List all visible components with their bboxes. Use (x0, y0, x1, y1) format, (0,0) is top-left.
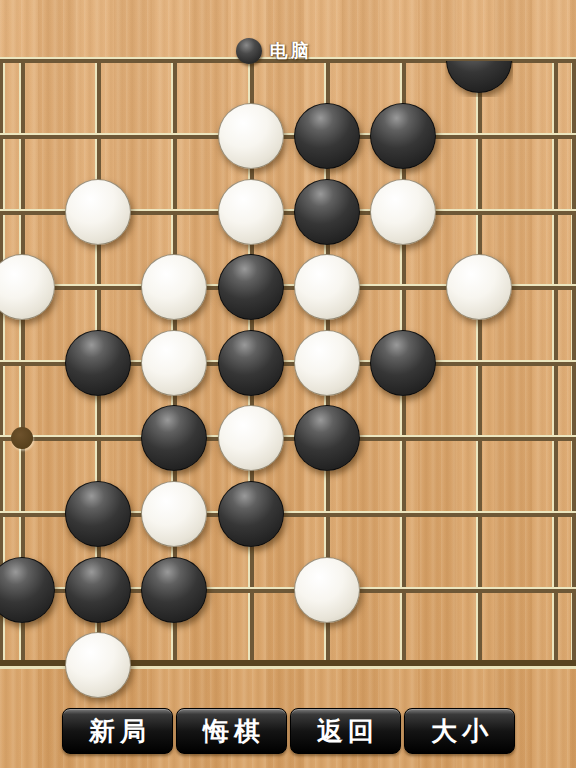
stone-white (294, 330, 360, 396)
stone-black (218, 330, 284, 396)
grid-line-horizontal (0, 133, 576, 139)
stone-white (218, 103, 284, 169)
stone-white (141, 254, 207, 320)
stone-white (294, 557, 360, 623)
grid-line-horizontal (0, 435, 576, 441)
stone-black (0, 557, 55, 623)
stone-white (141, 330, 207, 396)
app-screen: 电脑 新局 悔棋 返回 大小 (0, 0, 576, 768)
stone-black (65, 557, 131, 623)
stone-black-clipped (445, 61, 513, 97)
undo-button[interactable]: 悔棋 (176, 708, 287, 754)
stone-white (294, 254, 360, 320)
stone-black (141, 557, 207, 623)
stone-black (141, 405, 207, 471)
star-point (11, 427, 33, 449)
new-game-button[interactable]: 新局 (62, 708, 173, 754)
stone-white (370, 179, 436, 245)
stone-black (65, 330, 131, 396)
stone-white (218, 179, 284, 245)
stone-white (446, 254, 512, 320)
stone-black (218, 254, 284, 320)
stone-black (65, 481, 131, 547)
stone-white (0, 254, 55, 320)
stone-black (294, 405, 360, 471)
stone-black (294, 179, 360, 245)
board[interactable] (0, 0, 576, 768)
stone-black (370, 330, 436, 396)
black-stone-icon (236, 38, 262, 64)
stone-black (446, 61, 512, 93)
stone-black (370, 103, 436, 169)
stone-white (218, 405, 284, 471)
back-button[interactable]: 返回 (290, 708, 401, 754)
stone-black (218, 481, 284, 547)
size-button[interactable]: 大小 (404, 708, 515, 754)
stone-white (65, 632, 131, 698)
turn-indicator: 电脑 (236, 38, 312, 64)
stone-white (65, 179, 131, 245)
turn-indicator-label: 电脑 (270, 39, 312, 63)
toolbar: 新局 悔棋 返回 大小 (62, 708, 515, 754)
stone-white (141, 481, 207, 547)
stone-black (294, 103, 360, 169)
